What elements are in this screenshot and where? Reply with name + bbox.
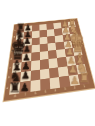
piece-white-pawn: ♟ (70, 76, 79, 86)
piece-white-pawn: ♟ (62, 27, 69, 35)
chess-set-product-photo: ♜♟♟♜♞♟♟♞♝♟♟♝♚♟♟♚♛♟♟♛♝♟♟♝♞♟♟♞♜♟♟♜ 8765432… (0, 0, 95, 126)
square-h4 (46, 23, 54, 30)
coordinate-label: 5 (40, 89, 50, 95)
square-g1: ♞ (69, 27, 78, 34)
square-e6 (31, 44, 39, 53)
chess-board: ♜♟♟♜♞♟♟♞♝♟♟♝♚♟♟♚♛♟♟♛♝♟♟♝♞♟♟♞♜♟♟♜ 8765432… (3, 18, 95, 102)
chess-board-scene: ♜♟♟♜♞♟♟♞♝♟♟♝♚♟♟♚♛♟♟♛♝♟♟♝♞♟♟♞♜♟♟♜ 8765432… (0, 0, 95, 126)
square-h6 (32, 25, 39, 32)
square-g2: ♟ (61, 28, 69, 35)
piece-black-pawn: ♟ (20, 82, 30, 92)
coordinate-label: 1 (79, 84, 89, 90)
coordinate-label: 6 (30, 91, 40, 97)
square-h8: ♜ (17, 26, 25, 33)
piece-black-rook: ♜ (16, 23, 25, 33)
square-g3 (54, 29, 62, 36)
piece-white-rook: ♜ (68, 18, 77, 27)
piece-white-pawn: ♟ (62, 21, 69, 28)
square-g6 (32, 31, 40, 38)
coordinate-label: 4 (50, 88, 60, 94)
board-squares: ♜♟♟♜♞♟♟♞♝♟♟♝♚♟♟♚♛♟♟♛♝♟♟♝♞♟♟♞♜♟♟♜ (9, 21, 89, 95)
square-h3 (53, 23, 61, 30)
square-h5 (39, 24, 47, 31)
square-d5 (40, 51, 49, 60)
square-f6 (31, 37, 39, 45)
square-d6 (31, 52, 40, 61)
piece-black-pawn: ♟ (24, 24, 31, 32)
piece-white-knight: ♞ (69, 23, 79, 33)
square-g5 (39, 30, 47, 37)
coordinate-label: 8 (9, 94, 20, 100)
square-e5 (40, 43, 48, 52)
coordinate-label: 7 (20, 92, 30, 98)
square-f4 (47, 36, 55, 44)
square-f3 (55, 35, 64, 43)
square-a8: ♜ (9, 82, 20, 95)
square-f2: ♟ (62, 34, 71, 42)
square-a2: ♟ (68, 74, 79, 86)
square-e4 (48, 43, 57, 51)
piece-white-rook: ♜ (79, 72, 91, 84)
piece-black-rook: ♜ (8, 81, 20, 94)
square-a7: ♟ (20, 81, 31, 94)
square-h2: ♟ (61, 22, 69, 29)
coordinate-label: h (13, 27, 17, 33)
square-f5 (39, 36, 47, 44)
square-h7: ♟ (24, 25, 32, 32)
square-e3 (56, 42, 65, 50)
square-h1: ♜ (67, 21, 75, 28)
square-g4 (47, 29, 55, 36)
